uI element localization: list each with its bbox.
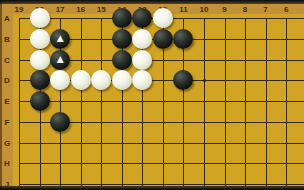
stone-black-E18 xyxy=(30,91,50,111)
grid-line-row-J xyxy=(19,184,304,185)
stone-black-C14 xyxy=(112,50,132,70)
stone-black-B12 xyxy=(153,29,173,49)
triangle-mark-icon: ▲ xyxy=(57,34,64,43)
row-label-G: G xyxy=(4,138,10,147)
row-label-H: H xyxy=(4,159,10,168)
go-board: 191817161514131211109876ABCDEFGHJ ▲▲ xyxy=(0,0,304,190)
stone-black-F17 xyxy=(50,112,70,132)
top-edge-shadow xyxy=(0,0,304,4)
stone-white-B18 xyxy=(30,29,50,49)
stone-white-D16 xyxy=(71,70,91,90)
column-label-15: 15 xyxy=(97,5,106,14)
column-label-19: 19 xyxy=(15,5,24,14)
stone-white-D14 xyxy=(112,70,132,90)
row-label-A: A xyxy=(4,14,10,23)
row-label-C: C xyxy=(4,55,10,64)
bottom-edge-shadow xyxy=(0,186,304,190)
column-label-6: 6 xyxy=(284,5,288,14)
column-label-11: 11 xyxy=(179,5,187,14)
column-label-9: 9 xyxy=(222,5,226,14)
stone-white-A12 xyxy=(153,8,173,28)
stone-white-C13 xyxy=(132,50,152,70)
star-point-D10 xyxy=(203,79,206,82)
grid-line-row-G xyxy=(19,143,304,144)
stone-black-A14 xyxy=(112,8,132,28)
row-label-D: D xyxy=(4,76,10,85)
row-label-F: F xyxy=(5,117,10,126)
stone-white-B13 xyxy=(132,29,152,49)
stone-black-B14 xyxy=(112,29,132,49)
stone-black-C17: ▲ xyxy=(50,50,70,70)
stone-black-D18 xyxy=(30,70,50,90)
column-label-17: 17 xyxy=(56,5,65,14)
stone-black-B17: ▲ xyxy=(50,29,70,49)
triangle-mark-icon: ▲ xyxy=(57,55,64,64)
stone-white-C18 xyxy=(30,50,50,70)
stone-white-A18 xyxy=(30,8,50,28)
left-edge-shadow xyxy=(0,0,2,190)
grid-line-row-E xyxy=(19,101,304,102)
row-label-E: E xyxy=(4,97,9,106)
column-label-7: 7 xyxy=(263,5,267,14)
grid-line-row-H xyxy=(19,163,304,164)
column-label-16: 16 xyxy=(76,5,85,14)
column-label-8: 8 xyxy=(243,5,247,14)
row-label-B: B xyxy=(4,34,10,43)
column-label-10: 10 xyxy=(200,5,209,14)
